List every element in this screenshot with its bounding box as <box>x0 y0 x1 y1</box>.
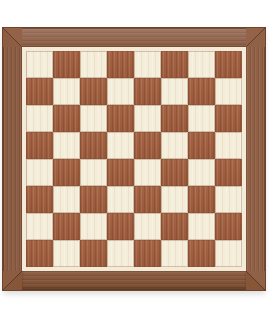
square-f8 <box>161 51 188 78</box>
square-e3 <box>134 186 161 213</box>
square-g4 <box>188 159 215 186</box>
square-c7 <box>80 78 107 105</box>
square-b4 <box>53 159 80 186</box>
square-h8 <box>215 51 242 78</box>
square-g8 <box>188 51 215 78</box>
square-g2 <box>188 213 215 240</box>
square-h2 <box>215 213 242 240</box>
board-squares <box>26 51 242 267</box>
square-f2 <box>161 213 188 240</box>
board-frame-corner-top-right <box>246 28 265 47</box>
chessboard-photo <box>0 0 270 320</box>
square-b3 <box>53 186 80 213</box>
square-b5 <box>53 132 80 159</box>
square-g1 <box>188 240 215 267</box>
square-f6 <box>161 105 188 132</box>
square-a7 <box>26 78 53 105</box>
square-d4 <box>107 159 134 186</box>
square-d5 <box>107 132 134 159</box>
square-a5 <box>26 132 53 159</box>
board-frame-corner-top-left <box>3 28 22 47</box>
square-c4 <box>80 159 107 186</box>
square-a1 <box>26 240 53 267</box>
square-e1 <box>134 240 161 267</box>
square-e6 <box>134 105 161 132</box>
square-a8 <box>26 51 53 78</box>
square-f4 <box>161 159 188 186</box>
square-h6 <box>215 105 242 132</box>
square-f3 <box>161 186 188 213</box>
square-a4 <box>26 159 53 186</box>
square-d1 <box>107 240 134 267</box>
square-g7 <box>188 78 215 105</box>
square-b8 <box>53 51 80 78</box>
square-b1 <box>53 240 80 267</box>
square-h7 <box>215 78 242 105</box>
square-f1 <box>161 240 188 267</box>
square-c8 <box>80 51 107 78</box>
board-frame-bottom <box>22 271 246 290</box>
square-f7 <box>161 78 188 105</box>
square-e2 <box>134 213 161 240</box>
board-inner-border <box>22 47 246 271</box>
square-e5 <box>134 132 161 159</box>
square-c5 <box>80 132 107 159</box>
square-h4 <box>215 159 242 186</box>
square-d2 <box>107 213 134 240</box>
square-a3 <box>26 186 53 213</box>
square-b2 <box>53 213 80 240</box>
square-c1 <box>80 240 107 267</box>
square-c2 <box>80 213 107 240</box>
square-h3 <box>215 186 242 213</box>
board-frame-corner-bottom-right <box>246 271 265 290</box>
square-d3 <box>107 186 134 213</box>
square-g5 <box>188 132 215 159</box>
square-a6 <box>26 105 53 132</box>
square-e8 <box>134 51 161 78</box>
square-c6 <box>80 105 107 132</box>
square-h5 <box>215 132 242 159</box>
board-frame-top <box>22 28 246 47</box>
square-h1 <box>215 240 242 267</box>
square-d7 <box>107 78 134 105</box>
board-frame-corner-bottom-left <box>3 271 22 290</box>
square-g6 <box>188 105 215 132</box>
chessboard <box>3 28 265 290</box>
square-b7 <box>53 78 80 105</box>
board-frame-right <box>246 47 265 271</box>
square-d6 <box>107 105 134 132</box>
square-g3 <box>188 186 215 213</box>
square-e4 <box>134 159 161 186</box>
square-a2 <box>26 213 53 240</box>
board-frame-left <box>3 47 22 271</box>
square-c3 <box>80 186 107 213</box>
square-d8 <box>107 51 134 78</box>
square-e7 <box>134 78 161 105</box>
square-f5 <box>161 132 188 159</box>
square-b6 <box>53 105 80 132</box>
